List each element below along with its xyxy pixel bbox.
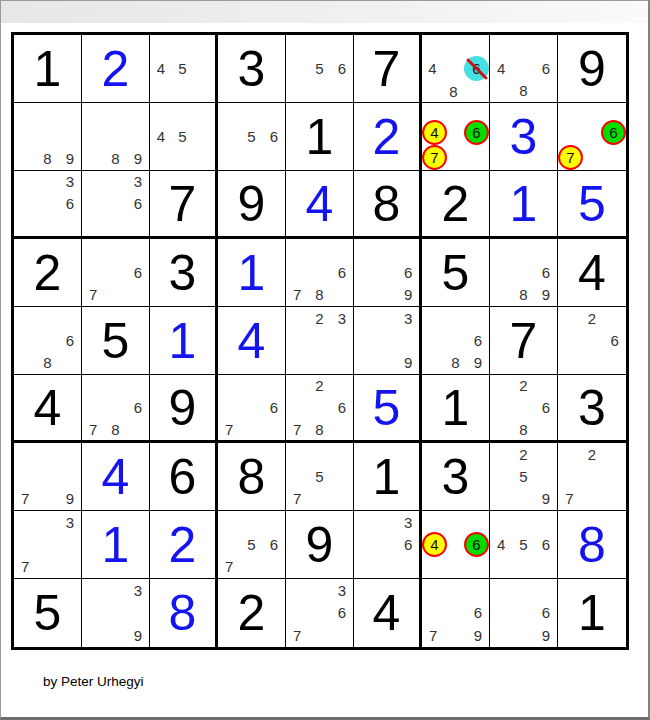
candidate-3[interactable]: 3 [397,307,419,329]
candidate-7[interactable]: 7 [82,284,104,306]
cell-r7c3[interactable]: 6 [150,443,218,511]
cell-r4c3[interactable]: 3 [150,239,218,307]
candidate-6[interactable]: 6 [464,120,489,145]
candidate-6[interactable]: 6 [603,329,626,351]
cell-r2c2[interactable]: 89 [82,103,150,171]
candidate-3[interactable]: 3 [59,171,81,193]
cell-r5c5[interactable]: 23 [286,307,354,375]
candidate-2[interactable]: 2 [308,307,330,329]
candidate-4[interactable]: 4 [150,57,172,79]
cell-r9c2[interactable]: 39 [82,579,150,647]
candidate-grid: 57 [286,443,353,510]
candidate-6[interactable]: 6 [464,56,489,81]
candidate-6[interactable]: 6 [331,261,353,283]
candidate-7[interactable]: 7 [286,488,308,510]
candidate-6[interactable]: 6 [127,193,149,215]
candidate-9[interactable]: 9 [467,352,489,374]
solved-digit: 2 [150,511,215,578]
candidate-5[interactable]: 5 [240,533,262,555]
candidate-4[interactable]: 4 [490,533,512,555]
cell-r7c9[interactable]: 27 [558,443,626,511]
candidate-grid: 367 [286,579,353,647]
candidate-7[interactable]: 7 [14,556,36,578]
cell-r5c6[interactable]: 39 [354,307,422,375]
candidate-8[interactable]: 8 [104,148,126,170]
cell-r2c5[interactable]: 1 [286,103,354,171]
candidate-9[interactable]: 9 [127,148,149,170]
cell-r1c1[interactable]: 1 [14,35,82,103]
candidate-6[interactable]: 6 [464,532,489,557]
solved-digit: 1 [490,171,557,236]
candidate-grid: 689 [490,239,557,306]
candidate-7[interactable]: 7 [558,145,583,170]
cell-r1c5[interactable]: 56 [286,35,354,103]
cell-r4c9[interactable]: 4 [558,239,626,307]
candidate-grid: 46 [422,511,489,578]
candidate-7[interactable]: 7 [218,418,240,440]
candidate-4[interactable]: 4 [490,57,512,79]
candidate-6[interactable]: 6 [601,120,626,145]
given-digit: 7 [150,171,215,236]
cell-r6c6[interactable]: 5 [354,375,422,443]
candidate-grid: 45 [150,35,215,102]
cell-r7c2[interactable]: 4 [82,443,150,511]
cell-r5c4[interactable]: 4 [218,307,286,375]
cell-r1c3[interactable]: 45 [150,35,218,103]
cell-r1c7[interactable]: 468 [422,35,490,103]
solved-digit: 4 [286,171,353,236]
candidate-8[interactable]: 8 [308,284,330,306]
cell-r2c4[interactable]: 56 [218,103,286,171]
solved-digit: 5 [354,375,419,440]
candidate-7[interactable]: 7 [82,418,104,440]
candidate-9[interactable]: 9 [397,352,419,374]
given-digit: 5 [422,239,489,306]
given-digit: 5 [82,307,149,374]
candidate-3[interactable]: 3 [397,511,419,533]
candidate-6[interactable]: 6 [331,57,353,79]
given-digit: 5 [14,579,81,647]
given-digit: 3 [218,35,285,102]
cell-r2c3[interactable]: 45 [150,103,218,171]
candidate-4[interactable]: 4 [150,125,172,147]
candidate-6[interactable]: 6 [535,602,557,625]
cell-r5c1[interactable]: 68 [14,307,82,375]
cell-r4c7[interactable]: 5 [422,239,490,307]
given-digit: 3 [422,443,489,510]
candidate-grid: 79 [14,443,81,510]
cell-r7c5[interactable]: 57 [286,443,354,511]
solved-digit: 1 [150,307,215,374]
sudoku-board: 1245356746846898989455612467367363679482… [11,32,629,650]
solved-digit: 1 [218,239,285,306]
candidate-4[interactable]: 4 [422,56,443,81]
cell-r7c4[interactable]: 8 [218,443,286,511]
elimination-slash-icon [466,58,488,80]
candidate-6[interactable]: 6 [331,397,353,419]
cell-r1c4[interactable]: 3 [218,35,286,103]
candidate-grid: 45 [150,103,215,170]
candidate-9[interactable]: 9 [467,624,489,647]
candidate-grid: 678 [82,375,149,440]
candidate-7[interactable]: 7 [218,556,240,578]
given-digit: 4 [558,239,626,306]
candidate-grid: 467 [422,103,489,170]
candidate-grid: 468 [422,35,489,102]
cell-r8c7[interactable]: 46 [422,511,490,579]
candidate-grid: 36 [14,171,81,236]
cell-r3c4[interactable]: 9 [218,171,286,239]
candidate-6[interactable]: 6 [535,533,557,555]
candidate-9[interactable]: 9 [59,488,81,510]
candidate-6[interactable]: 6 [467,329,489,351]
candidate-6[interactable]: 6 [467,602,489,625]
given-digit: 3 [150,239,215,306]
given-digit: 4 [14,375,81,440]
candidate-2[interactable]: 2 [512,375,534,397]
candidate-grid: 26 [558,307,626,374]
candidate-8[interactable]: 8 [512,80,534,102]
cell-r3c2[interactable]: 36 [82,171,150,239]
cell-r8c6[interactable]: 36 [354,511,422,579]
candidate-7[interactable]: 7 [286,624,308,647]
candidate-grid: 67 [82,239,149,306]
cell-r9c8[interactable]: 69 [490,579,558,647]
candidate-8[interactable]: 8 [443,81,464,102]
candidate-9[interactable]: 9 [535,284,557,306]
cell-r2c8[interactable]: 3 [490,103,558,171]
cell-r5c2[interactable]: 5 [82,307,150,375]
candidate-5[interactable]: 5 [512,465,534,487]
candidate-6[interactable]: 6 [127,261,149,283]
cell-r3c8[interactable]: 1 [490,171,558,239]
candidate-6[interactable]: 6 [535,57,557,79]
cell-r9c3[interactable]: 8 [150,579,218,647]
given-digit: 3 [558,375,626,440]
cell-r1c2[interactable]: 2 [82,35,150,103]
candidate-6[interactable]: 6 [263,397,285,419]
candidate-8[interactable]: 8 [104,418,126,440]
given-digit: 4 [354,579,419,647]
candidate-6[interactable]: 6 [397,533,419,555]
given-digit: 8 [218,443,285,510]
candidate-grid: 56 [286,35,353,102]
candidate-3[interactable]: 3 [127,171,149,193]
candidate-9[interactable]: 9 [127,624,149,647]
candidate-6[interactable]: 6 [535,397,557,419]
candidate-2[interactable]: 2 [512,443,534,465]
cell-r6c8[interactable]: 268 [490,375,558,443]
candidate-7[interactable]: 7 [422,145,447,170]
cell-r6c9[interactable]: 3 [558,375,626,443]
cell-r9c5[interactable]: 367 [286,579,354,647]
solved-digit: 4 [218,307,285,374]
candidate-5[interactable]: 5 [240,125,262,147]
given-digit: 8 [354,171,419,236]
given-digit: 1 [14,35,81,102]
candidate-grid: 89 [82,103,149,170]
given-digit: 7 [490,307,557,374]
candidate-grid: 23 [286,307,353,374]
cell-r7c7[interactable]: 3 [422,443,490,511]
cell-r8c4[interactable]: 567 [218,511,286,579]
cell-r5c8[interactable]: 7 [490,307,558,375]
cell-r8c5[interactable]: 9 [286,511,354,579]
given-digit: 1 [422,375,489,440]
candidate-grid: 39 [82,579,149,647]
solved-digit: 2 [82,35,149,102]
candidate-6[interactable]: 6 [263,125,285,147]
cell-r6c5[interactable]: 2678 [286,375,354,443]
candidate-5[interactable]: 5 [172,57,194,79]
cell-r3c9[interactable]: 5 [558,171,626,239]
given-digit: 2 [14,239,81,306]
cell-r6c7[interactable]: 1 [422,375,490,443]
cell-r3c6[interactable]: 8 [354,171,422,239]
cell-r7c8[interactable]: 259 [490,443,558,511]
cell-r6c4[interactable]: 67 [218,375,286,443]
candidate-grid: 259 [490,443,557,510]
cell-r3c5[interactable]: 4 [286,171,354,239]
cell-r8c9[interactable]: 8 [558,511,626,579]
candidate-9[interactable]: 9 [535,488,557,510]
candidate-7[interactable]: 7 [286,284,308,306]
candidate-grid: 69 [490,579,557,647]
given-digit: 9 [558,35,626,102]
cell-r1c6[interactable]: 7 [354,35,422,103]
cell-r2c1[interactable]: 89 [14,103,82,171]
solved-digit: 5 [558,171,626,236]
given-digit: 1 [354,443,419,510]
candidate-3[interactable]: 3 [331,307,353,329]
candidate-7[interactable]: 7 [286,418,308,440]
cell-r9c6[interactable]: 4 [354,579,422,647]
candidate-8[interactable]: 8 [512,418,534,440]
candidate-grid: 68 [14,307,81,374]
cell-r3c1[interactable]: 36 [14,171,82,239]
candidate-9[interactable]: 9 [59,148,81,170]
candidate-4[interactable]: 4 [422,120,447,145]
candidate-5[interactable]: 5 [308,57,330,79]
candidate-3[interactable]: 3 [59,511,81,533]
candidate-grid: 679 [422,579,489,647]
cell-r9c7[interactable]: 679 [422,579,490,647]
candidate-6[interactable]: 6 [127,397,149,419]
candidate-grid: 37 [14,511,81,578]
candidate-grid: 689 [422,307,489,374]
given-digit: 7 [354,35,419,102]
cell-r7c1[interactable]: 79 [14,443,82,511]
candidate-7[interactable]: 7 [558,488,581,510]
cell-r6c1[interactable]: 4 [14,375,82,443]
cell-r3c3[interactable]: 7 [150,171,218,239]
candidate-3[interactable]: 3 [331,579,353,602]
cell-r6c3[interactable]: 9 [150,375,218,443]
candidate-3[interactable]: 3 [127,579,149,602]
cell-r8c1[interactable]: 37 [14,511,82,579]
candidate-grid: 567 [218,511,285,578]
candidate-6[interactable]: 6 [263,533,285,555]
cell-r5c3[interactable]: 1 [150,307,218,375]
candidate-8[interactable]: 8 [444,352,466,374]
solved-digit: 2 [354,103,419,170]
given-digit: 2 [422,171,489,236]
author-caption: by Peter Urhegyi [43,674,144,689]
candidate-grid: 36 [354,511,419,578]
given-digit: 6 [150,443,215,510]
candidate-7[interactable]: 7 [14,488,36,510]
candidate-9[interactable]: 9 [535,624,557,647]
candidate-5[interactable]: 5 [172,125,194,147]
candidate-2[interactable]: 2 [581,307,604,329]
cell-r9c9[interactable]: 1 [558,579,626,647]
cell-r5c7[interactable]: 689 [422,307,490,375]
candidate-grid: 2678 [286,375,353,440]
candidate-grid: 456 [490,511,557,578]
candidate-5[interactable]: 5 [512,533,534,555]
cell-r1c9[interactable]: 9 [558,35,626,103]
solved-digit: 1 [82,511,149,578]
candidate-grid: 39 [354,307,419,374]
cell-r2c7[interactable]: 467 [422,103,490,171]
cell-r1c8[interactable]: 468 [490,35,558,103]
cell-r4c8[interactable]: 689 [490,239,558,307]
cell-r4c5[interactable]: 678 [286,239,354,307]
cell-r4c4[interactable]: 1 [218,239,286,307]
given-digit: 2 [218,579,285,647]
candidate-6[interactable]: 6 [331,602,353,625]
candidate-5[interactable]: 5 [308,465,330,487]
solved-digit: 3 [490,103,557,170]
candidate-2[interactable]: 2 [581,443,604,465]
cell-r4c2[interactable]: 67 [82,239,150,307]
candidate-6[interactable]: 6 [397,261,419,283]
candidate-grid: 89 [14,103,81,170]
solved-digit: 8 [558,511,626,578]
candidate-grid: 69 [354,239,419,306]
candidate-grid: 36 [82,171,149,236]
candidate-grid: 67 [218,375,285,440]
candidate-8[interactable]: 8 [36,148,58,170]
candidate-6[interactable]: 6 [535,261,557,283]
candidate-4[interactable]: 4 [422,532,447,557]
cell-r7c6[interactable]: 1 [354,443,422,511]
sudoku-app-window: 1245356746846898989455612467367363679482… [0,0,650,720]
cell-r2c9[interactable]: 67 [558,103,626,171]
candidate-grid: 56 [218,103,285,170]
cell-r2c6[interactable]: 2 [354,103,422,171]
candidate-9[interactable]: 9 [397,284,419,306]
cell-r8c3[interactable]: 2 [150,511,218,579]
candidate-grid: 678 [286,239,353,306]
solved-digit: 8 [150,579,215,647]
candidate-7[interactable]: 7 [422,624,444,647]
cell-r8c2[interactable]: 1 [82,511,150,579]
candidate-grid: 268 [490,375,557,440]
candidate-8[interactable]: 8 [308,418,330,440]
solved-digit: 4 [82,443,149,510]
cell-r9c4[interactable]: 2 [218,579,286,647]
cell-r9c1[interactable]: 5 [14,579,82,647]
candidate-6[interactable]: 6 [59,329,81,351]
candidate-8[interactable]: 8 [36,352,58,374]
given-digit: 9 [150,375,215,440]
window-top-bar [1,1,648,23]
cell-r4c1[interactable]: 2 [14,239,82,307]
cell-r8c8[interactable]: 456 [490,511,558,579]
given-digit: 9 [286,511,353,578]
given-digit: 1 [286,103,353,170]
candidate-2[interactable]: 2 [308,375,330,397]
cell-r3c7[interactable]: 2 [422,171,490,239]
given-digit: 1 [558,579,626,647]
candidate-grid: 27 [558,443,626,510]
cell-r4c6[interactable]: 69 [354,239,422,307]
cell-r6c2[interactable]: 678 [82,375,150,443]
candidate-6[interactable]: 6 [59,193,81,215]
cell-r5c9[interactable]: 26 [558,307,626,375]
candidate-grid: 67 [558,103,626,170]
candidate-grid: 468 [490,35,557,102]
given-digit: 9 [218,171,285,236]
candidate-8[interactable]: 8 [512,284,534,306]
